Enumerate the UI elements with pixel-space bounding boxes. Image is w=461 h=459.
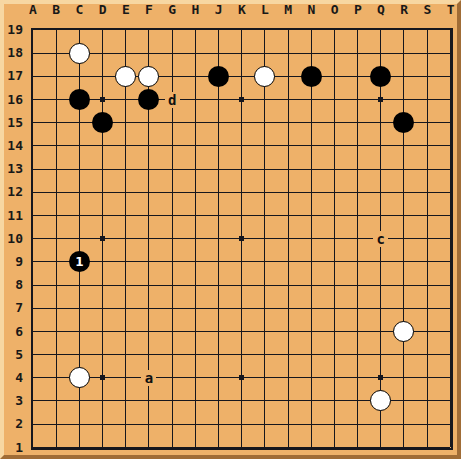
intersection-O7[interactable]: [323, 297, 346, 320]
intersection-B16[interactable]: [45, 88, 68, 111]
intersection-H12[interactable]: [184, 181, 207, 204]
intersection-L11[interactable]: [253, 204, 276, 227]
intersection-S15[interactable]: [416, 111, 439, 134]
intersection-N15[interactable]: [300, 111, 323, 134]
intersection-D6[interactable]: [91, 320, 114, 343]
intersection-C8[interactable]: [68, 273, 91, 296]
intersection-L1[interactable]: [253, 436, 276, 459]
intersection-L16[interactable]: [253, 88, 276, 111]
intersection-E15[interactable]: [114, 111, 137, 134]
intersection-O10[interactable]: [323, 227, 346, 250]
intersection-N16[interactable]: [300, 88, 323, 111]
intersection-L12[interactable]: [253, 181, 276, 204]
intersection-Q3[interactable]: [369, 389, 392, 412]
intersection-R3[interactable]: [392, 389, 415, 412]
intersection-B19[interactable]: [45, 18, 68, 41]
intersection-P9[interactable]: [346, 250, 369, 273]
intersection-K14[interactable]: [230, 134, 253, 157]
intersection-B17[interactable]: [45, 65, 68, 88]
intersection-N5[interactable]: [300, 343, 323, 366]
intersection-G14[interactable]: [161, 134, 184, 157]
intersection-B10[interactable]: [45, 227, 68, 250]
intersection-R6[interactable]: [392, 320, 415, 343]
intersection-E4[interactable]: [114, 366, 137, 389]
intersection-J9[interactable]: [207, 250, 230, 273]
intersection-H9[interactable]: [184, 250, 207, 273]
intersection-A17[interactable]: [21, 65, 44, 88]
intersection-B18[interactable]: [45, 42, 68, 65]
intersection-K10[interactable]: [230, 227, 253, 250]
intersection-E13[interactable]: [114, 158, 137, 181]
intersection-B6[interactable]: [45, 320, 68, 343]
intersection-A19[interactable]: [21, 18, 44, 41]
intersection-K2[interactable]: [230, 413, 253, 436]
intersection-P1[interactable]: [346, 436, 369, 459]
intersection-S4[interactable]: [416, 366, 439, 389]
intersection-G3[interactable]: [161, 389, 184, 412]
intersection-N14[interactable]: [300, 134, 323, 157]
intersection-A12[interactable]: [21, 181, 44, 204]
intersection-L6[interactable]: [253, 320, 276, 343]
intersection-H2[interactable]: [184, 413, 207, 436]
intersection-P15[interactable]: [346, 111, 369, 134]
intersection-J2[interactable]: [207, 413, 230, 436]
intersection-H19[interactable]: [184, 18, 207, 41]
intersection-E2[interactable]: [114, 413, 137, 436]
intersection-R2[interactable]: [392, 413, 415, 436]
intersection-Q12[interactable]: [369, 181, 392, 204]
intersection-E3[interactable]: [114, 389, 137, 412]
intersection-T2[interactable]: [439, 413, 461, 436]
intersection-T3[interactable]: [439, 389, 461, 412]
intersection-A14[interactable]: [21, 134, 44, 157]
intersection-H15[interactable]: [184, 111, 207, 134]
intersection-F9[interactable]: [137, 250, 160, 273]
intersection-D17[interactable]: [91, 65, 114, 88]
intersection-D12[interactable]: [91, 181, 114, 204]
intersection-R8[interactable]: [392, 273, 415, 296]
intersection-F18[interactable]: [137, 42, 160, 65]
intersection-E11[interactable]: [114, 204, 137, 227]
intersection-E14[interactable]: [114, 134, 137, 157]
intersection-Q14[interactable]: [369, 134, 392, 157]
intersection-M14[interactable]: [276, 134, 299, 157]
intersection-E7[interactable]: [114, 297, 137, 320]
intersection-F8[interactable]: [137, 273, 160, 296]
intersection-N18[interactable]: [300, 42, 323, 65]
intersection-K15[interactable]: [230, 111, 253, 134]
intersection-J7[interactable]: [207, 297, 230, 320]
intersection-H10[interactable]: [184, 227, 207, 250]
intersection-F2[interactable]: [137, 413, 160, 436]
intersection-O14[interactable]: [323, 134, 346, 157]
intersection-H11[interactable]: [184, 204, 207, 227]
intersection-F11[interactable]: [137, 204, 160, 227]
intersection-M2[interactable]: [276, 413, 299, 436]
intersection-G11[interactable]: [161, 204, 184, 227]
intersection-C10[interactable]: [68, 227, 91, 250]
intersection-L17[interactable]: [253, 65, 276, 88]
intersection-G15[interactable]: [161, 111, 184, 134]
intersection-L13[interactable]: [253, 158, 276, 181]
intersection-T5[interactable]: [439, 343, 461, 366]
intersection-K13[interactable]: [230, 158, 253, 181]
intersection-R11[interactable]: [392, 204, 415, 227]
intersection-R13[interactable]: [392, 158, 415, 181]
intersection-T9[interactable]: [439, 250, 461, 273]
intersection-O5[interactable]: [323, 343, 346, 366]
intersection-L19[interactable]: [253, 18, 276, 41]
intersection-E17[interactable]: [114, 65, 137, 88]
intersection-S19[interactable]: [416, 18, 439, 41]
intersection-N11[interactable]: [300, 204, 323, 227]
intersection-G5[interactable]: [161, 343, 184, 366]
intersection-D10[interactable]: [91, 227, 114, 250]
intersection-P6[interactable]: [346, 320, 369, 343]
intersection-G7[interactable]: [161, 297, 184, 320]
intersection-L4[interactable]: [253, 366, 276, 389]
intersection-P18[interactable]: [346, 42, 369, 65]
intersection-B9[interactable]: [45, 250, 68, 273]
intersection-G4[interactable]: [161, 366, 184, 389]
intersection-A3[interactable]: [21, 389, 44, 412]
intersection-C15[interactable]: [68, 111, 91, 134]
intersection-D9[interactable]: [91, 250, 114, 273]
intersection-J5[interactable]: [207, 343, 230, 366]
intersection-R12[interactable]: [392, 181, 415, 204]
intersection-D3[interactable]: [91, 389, 114, 412]
intersection-D1[interactable]: [91, 436, 114, 459]
intersection-F7[interactable]: [137, 297, 160, 320]
intersection-F3[interactable]: [137, 389, 160, 412]
intersection-A6[interactable]: [21, 320, 44, 343]
intersection-O11[interactable]: [323, 204, 346, 227]
intersection-F19[interactable]: [137, 18, 160, 41]
intersection-O9[interactable]: [323, 250, 346, 273]
intersection-C14[interactable]: [68, 134, 91, 157]
intersection-E5[interactable]: [114, 343, 137, 366]
intersection-C4[interactable]: [68, 366, 91, 389]
intersection-P4[interactable]: [346, 366, 369, 389]
intersection-C5[interactable]: [68, 343, 91, 366]
intersection-O18[interactable]: [323, 42, 346, 65]
intersection-K9[interactable]: [230, 250, 253, 273]
intersection-A16[interactable]: [21, 88, 44, 111]
intersection-P2[interactable]: [346, 413, 369, 436]
intersection-L9[interactable]: [253, 250, 276, 273]
intersection-T15[interactable]: [439, 111, 461, 134]
intersection-K4[interactable]: [230, 366, 253, 389]
intersection-B15[interactable]: [45, 111, 68, 134]
intersection-K5[interactable]: [230, 343, 253, 366]
intersection-S7[interactable]: [416, 297, 439, 320]
intersection-S18[interactable]: [416, 42, 439, 65]
intersection-K11[interactable]: [230, 204, 253, 227]
intersection-L8[interactable]: [253, 273, 276, 296]
intersection-Q13[interactable]: [369, 158, 392, 181]
intersection-J15[interactable]: [207, 111, 230, 134]
intersection-C16[interactable]: [68, 88, 91, 111]
intersection-J19[interactable]: [207, 18, 230, 41]
intersection-M6[interactable]: [276, 320, 299, 343]
intersection-O13[interactable]: [323, 158, 346, 181]
intersection-S16[interactable]: [416, 88, 439, 111]
intersection-S8[interactable]: [416, 273, 439, 296]
intersection-K19[interactable]: [230, 18, 253, 41]
intersection-C7[interactable]: [68, 297, 91, 320]
intersection-S1[interactable]: [416, 436, 439, 459]
intersection-P19[interactable]: [346, 18, 369, 41]
intersection-H5[interactable]: [184, 343, 207, 366]
intersection-F4[interactable]: a: [137, 366, 160, 389]
intersection-P16[interactable]: [346, 88, 369, 111]
intersection-G10[interactable]: [161, 227, 184, 250]
intersection-G12[interactable]: [161, 181, 184, 204]
intersection-K18[interactable]: [230, 42, 253, 65]
intersection-S13[interactable]: [416, 158, 439, 181]
intersection-C18[interactable]: [68, 42, 91, 65]
intersection-S12[interactable]: [416, 181, 439, 204]
intersection-M11[interactable]: [276, 204, 299, 227]
intersection-H3[interactable]: [184, 389, 207, 412]
intersection-C13[interactable]: [68, 158, 91, 181]
intersection-P13[interactable]: [346, 158, 369, 181]
intersection-N4[interactable]: [300, 366, 323, 389]
intersection-O15[interactable]: [323, 111, 346, 134]
intersection-Q19[interactable]: [369, 18, 392, 41]
intersection-T8[interactable]: [439, 273, 461, 296]
intersection-N19[interactable]: [300, 18, 323, 41]
intersection-E6[interactable]: [114, 320, 137, 343]
intersection-C2[interactable]: [68, 413, 91, 436]
intersection-G1[interactable]: [161, 436, 184, 459]
intersection-P11[interactable]: [346, 204, 369, 227]
intersection-F10[interactable]: [137, 227, 160, 250]
intersection-M9[interactable]: [276, 250, 299, 273]
intersection-O16[interactable]: [323, 88, 346, 111]
intersection-T19[interactable]: [439, 18, 461, 41]
intersection-K17[interactable]: [230, 65, 253, 88]
intersection-Q4[interactable]: [369, 366, 392, 389]
intersection-N17[interactable]: [300, 65, 323, 88]
intersection-A15[interactable]: [21, 111, 44, 134]
intersection-Q6[interactable]: [369, 320, 392, 343]
intersection-F14[interactable]: [137, 134, 160, 157]
intersection-M18[interactable]: [276, 42, 299, 65]
intersection-J11[interactable]: [207, 204, 230, 227]
intersection-O3[interactable]: [323, 389, 346, 412]
intersection-J4[interactable]: [207, 366, 230, 389]
intersection-A2[interactable]: [21, 413, 44, 436]
intersection-B14[interactable]: [45, 134, 68, 157]
intersection-S5[interactable]: [416, 343, 439, 366]
intersection-Q7[interactable]: [369, 297, 392, 320]
intersection-B11[interactable]: [45, 204, 68, 227]
intersection-L18[interactable]: [253, 42, 276, 65]
intersection-M1[interactable]: [276, 436, 299, 459]
intersection-B13[interactable]: [45, 158, 68, 181]
intersection-B12[interactable]: [45, 181, 68, 204]
intersection-G8[interactable]: [161, 273, 184, 296]
intersection-M5[interactable]: [276, 343, 299, 366]
intersection-C19[interactable]: [68, 18, 91, 41]
intersection-M15[interactable]: [276, 111, 299, 134]
intersection-H7[interactable]: [184, 297, 207, 320]
intersection-H13[interactable]: [184, 158, 207, 181]
intersection-E10[interactable]: [114, 227, 137, 250]
intersection-D14[interactable]: [91, 134, 114, 157]
intersection-T4[interactable]: [439, 366, 461, 389]
intersection-R17[interactable]: [392, 65, 415, 88]
intersection-H17[interactable]: [184, 65, 207, 88]
intersection-M8[interactable]: [276, 273, 299, 296]
intersection-K1[interactable]: [230, 436, 253, 459]
intersection-D11[interactable]: [91, 204, 114, 227]
intersection-Q11[interactable]: [369, 204, 392, 227]
intersection-N8[interactable]: [300, 273, 323, 296]
intersection-J1[interactable]: [207, 436, 230, 459]
intersection-E9[interactable]: [114, 250, 137, 273]
intersection-O4[interactable]: [323, 366, 346, 389]
intersection-E19[interactable]: [114, 18, 137, 41]
intersection-C6[interactable]: [68, 320, 91, 343]
intersection-D18[interactable]: [91, 42, 114, 65]
intersection-N13[interactable]: [300, 158, 323, 181]
intersection-C3[interactable]: [68, 389, 91, 412]
intersection-A5[interactable]: [21, 343, 44, 366]
intersection-K12[interactable]: [230, 181, 253, 204]
intersection-R7[interactable]: [392, 297, 415, 320]
intersection-O1[interactable]: [323, 436, 346, 459]
intersection-K8[interactable]: [230, 273, 253, 296]
intersection-H6[interactable]: [184, 320, 207, 343]
intersection-A8[interactable]: [21, 273, 44, 296]
intersection-Q10[interactable]: c: [369, 227, 392, 250]
intersection-G18[interactable]: [161, 42, 184, 65]
intersection-C1[interactable]: [68, 436, 91, 459]
intersection-O6[interactable]: [323, 320, 346, 343]
intersection-P8[interactable]: [346, 273, 369, 296]
intersection-R14[interactable]: [392, 134, 415, 157]
intersection-D5[interactable]: [91, 343, 114, 366]
intersection-L7[interactable]: [253, 297, 276, 320]
intersection-M7[interactable]: [276, 297, 299, 320]
intersection-M3[interactable]: [276, 389, 299, 412]
intersection-N1[interactable]: [300, 436, 323, 459]
intersection-T14[interactable]: [439, 134, 461, 157]
intersection-N2[interactable]: [300, 413, 323, 436]
intersection-H4[interactable]: [184, 366, 207, 389]
intersection-J10[interactable]: [207, 227, 230, 250]
intersection-N6[interactable]: [300, 320, 323, 343]
intersection-J17[interactable]: [207, 65, 230, 88]
intersection-A7[interactable]: [21, 297, 44, 320]
intersection-G2[interactable]: [161, 413, 184, 436]
intersection-N10[interactable]: [300, 227, 323, 250]
intersection-E16[interactable]: [114, 88, 137, 111]
intersection-P5[interactable]: [346, 343, 369, 366]
intersection-F16[interactable]: [137, 88, 160, 111]
intersection-P3[interactable]: [346, 389, 369, 412]
intersection-Q18[interactable]: [369, 42, 392, 65]
intersection-T12[interactable]: [439, 181, 461, 204]
intersection-S3[interactable]: [416, 389, 439, 412]
intersection-R5[interactable]: [392, 343, 415, 366]
intersection-L15[interactable]: [253, 111, 276, 134]
intersection-A9[interactable]: [21, 250, 44, 273]
intersection-E8[interactable]: [114, 273, 137, 296]
intersection-Q17[interactable]: [369, 65, 392, 88]
intersection-A4[interactable]: [21, 366, 44, 389]
intersection-D4[interactable]: [91, 366, 114, 389]
intersection-H16[interactable]: [184, 88, 207, 111]
intersection-F15[interactable]: [137, 111, 160, 134]
intersection-A18[interactable]: [21, 42, 44, 65]
intersection-P17[interactable]: [346, 65, 369, 88]
intersection-T6[interactable]: [439, 320, 461, 343]
intersection-S17[interactable]: [416, 65, 439, 88]
intersection-S2[interactable]: [416, 413, 439, 436]
intersection-D15[interactable]: [91, 111, 114, 134]
intersection-D2[interactable]: [91, 413, 114, 436]
intersection-G19[interactable]: [161, 18, 184, 41]
intersection-R18[interactable]: [392, 42, 415, 65]
intersection-O17[interactable]: [323, 65, 346, 88]
intersection-F13[interactable]: [137, 158, 160, 181]
intersection-L10[interactable]: [253, 227, 276, 250]
intersection-O19[interactable]: [323, 18, 346, 41]
intersection-D16[interactable]: [91, 88, 114, 111]
intersection-B1[interactable]: [45, 436, 68, 459]
intersection-F5[interactable]: [137, 343, 160, 366]
intersection-S14[interactable]: [416, 134, 439, 157]
intersection-C17[interactable]: [68, 65, 91, 88]
intersection-R15[interactable]: [392, 111, 415, 134]
intersection-C9[interactable]: 1: [68, 250, 91, 273]
intersection-P7[interactable]: [346, 297, 369, 320]
intersection-L2[interactable]: [253, 413, 276, 436]
intersection-E12[interactable]: [114, 181, 137, 204]
intersection-K7[interactable]: [230, 297, 253, 320]
intersection-L14[interactable]: [253, 134, 276, 157]
intersection-F17[interactable]: [137, 65, 160, 88]
intersection-Q1[interactable]: [369, 436, 392, 459]
intersection-M16[interactable]: [276, 88, 299, 111]
intersection-K6[interactable]: [230, 320, 253, 343]
intersection-R1[interactable]: [392, 436, 415, 459]
intersection-K16[interactable]: [230, 88, 253, 111]
intersection-G13[interactable]: [161, 158, 184, 181]
intersection-M10[interactable]: [276, 227, 299, 250]
intersection-E18[interactable]: [114, 42, 137, 65]
intersection-N3[interactable]: [300, 389, 323, 412]
intersection-D13[interactable]: [91, 158, 114, 181]
intersection-R4[interactable]: [392, 366, 415, 389]
intersection-G9[interactable]: [161, 250, 184, 273]
intersection-O2[interactable]: [323, 413, 346, 436]
intersection-K3[interactable]: [230, 389, 253, 412]
intersection-B4[interactable]: [45, 366, 68, 389]
intersection-S9[interactable]: [416, 250, 439, 273]
intersection-A1[interactable]: [21, 436, 44, 459]
intersection-F6[interactable]: [137, 320, 160, 343]
intersection-O12[interactable]: [323, 181, 346, 204]
intersection-M19[interactable]: [276, 18, 299, 41]
intersection-J8[interactable]: [207, 273, 230, 296]
intersection-C12[interactable]: [68, 181, 91, 204]
intersection-L5[interactable]: [253, 343, 276, 366]
intersection-B2[interactable]: [45, 413, 68, 436]
